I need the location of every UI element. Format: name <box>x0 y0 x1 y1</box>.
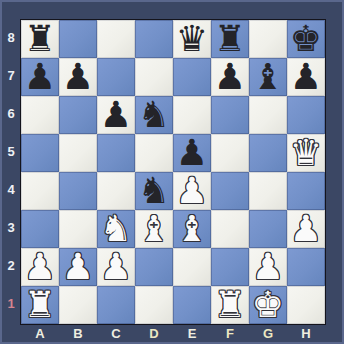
square-b7[interactable]: ♟ <box>59 58 97 96</box>
square-d3[interactable]: ♝ <box>135 210 173 248</box>
square-c8[interactable] <box>97 20 135 58</box>
square-a6[interactable] <box>21 96 59 134</box>
black-knight[interactable]: ♞ <box>138 172 170 210</box>
square-e1[interactable] <box>173 286 211 324</box>
file-label-g: G <box>249 325 287 342</box>
black-queen[interactable]: ♛ <box>176 20 208 58</box>
black-pawn[interactable]: ♟ <box>176 134 208 172</box>
square-b1[interactable] <box>59 286 97 324</box>
white-pawn[interactable]: ♟ <box>176 172 208 210</box>
square-c1[interactable] <box>97 286 135 324</box>
black-pawn[interactable]: ♟ <box>24 58 56 96</box>
square-g2[interactable]: ♟ <box>249 248 287 286</box>
rank-label-6: 6 <box>2 95 20 133</box>
white-knight[interactable]: ♞ <box>100 210 132 248</box>
square-d2[interactable] <box>135 248 173 286</box>
file-label-c: C <box>97 325 135 342</box>
square-d6[interactable]: ♞ <box>135 96 173 134</box>
file-label-e: E <box>173 325 211 342</box>
square-f4[interactable] <box>211 172 249 210</box>
square-f1[interactable]: ♜ <box>211 286 249 324</box>
square-d1[interactable] <box>135 286 173 324</box>
square-a1[interactable]: ♜ <box>21 286 59 324</box>
square-g8[interactable] <box>249 20 287 58</box>
black-rook[interactable]: ♜ <box>24 20 56 58</box>
file-label-h: H <box>287 325 325 342</box>
rank-label-7: 7 <box>2 57 20 95</box>
square-b4[interactable] <box>59 172 97 210</box>
white-pawn[interactable]: ♟ <box>290 210 322 248</box>
square-a4[interactable] <box>21 172 59 210</box>
square-b5[interactable] <box>59 134 97 172</box>
square-b8[interactable] <box>59 20 97 58</box>
square-e7[interactable] <box>173 58 211 96</box>
square-c2[interactable]: ♟ <box>97 248 135 286</box>
white-king[interactable]: ♚ <box>252 286 284 324</box>
square-a5[interactable] <box>21 134 59 172</box>
square-f5[interactable] <box>211 134 249 172</box>
square-g3[interactable] <box>249 210 287 248</box>
square-h4[interactable] <box>287 172 325 210</box>
chess-board: ♜♛♜♚♟♟♟♝♟♟♞♟♛♞♟♞♝♝♟♟♟♟♟♜♜♚ <box>20 19 326 325</box>
square-g4[interactable] <box>249 172 287 210</box>
square-f7[interactable]: ♟ <box>211 58 249 96</box>
file-label-a: A <box>21 325 59 342</box>
square-b2[interactable]: ♟ <box>59 248 97 286</box>
square-e8[interactable]: ♛ <box>173 20 211 58</box>
square-h8[interactable]: ♚ <box>287 20 325 58</box>
square-h7[interactable]: ♟ <box>287 58 325 96</box>
black-rook[interactable]: ♜ <box>214 20 246 58</box>
square-g6[interactable] <box>249 96 287 134</box>
black-knight[interactable]: ♞ <box>138 96 170 134</box>
white-bishop[interactable]: ♝ <box>138 210 170 248</box>
square-c4[interactable] <box>97 172 135 210</box>
file-label-d: D <box>135 325 173 342</box>
white-rook[interactable]: ♜ <box>24 286 56 324</box>
white-rook[interactable]: ♜ <box>214 286 246 324</box>
white-queen[interactable]: ♛ <box>290 134 322 172</box>
white-pawn[interactable]: ♟ <box>100 248 132 286</box>
square-e5[interactable]: ♟ <box>173 134 211 172</box>
white-pawn[interactable]: ♟ <box>252 248 284 286</box>
square-a3[interactable] <box>21 210 59 248</box>
square-h2[interactable] <box>287 248 325 286</box>
square-d8[interactable] <box>135 20 173 58</box>
square-c5[interactable] <box>97 134 135 172</box>
square-f8[interactable]: ♜ <box>211 20 249 58</box>
black-pawn[interactable]: ♟ <box>214 58 246 96</box>
square-h5[interactable]: ♛ <box>287 134 325 172</box>
square-a8[interactable]: ♜ <box>21 20 59 58</box>
white-pawn[interactable]: ♟ <box>62 248 94 286</box>
square-c6[interactable]: ♟ <box>97 96 135 134</box>
rank-label-4: 4 <box>2 171 20 209</box>
square-d5[interactable] <box>135 134 173 172</box>
file-label-b: B <box>59 325 97 342</box>
square-d7[interactable] <box>135 58 173 96</box>
square-a2[interactable]: ♟ <box>21 248 59 286</box>
square-h3[interactable]: ♟ <box>287 210 325 248</box>
square-f2[interactable] <box>211 248 249 286</box>
black-bishop[interactable]: ♝ <box>252 58 284 96</box>
rank-label-1: 1 <box>2 285 20 323</box>
square-e2[interactable] <box>173 248 211 286</box>
black-pawn[interactable]: ♟ <box>100 96 132 134</box>
rank-label-3: 3 <box>2 209 20 247</box>
white-pawn[interactable]: ♟ <box>24 248 56 286</box>
square-g1[interactable]: ♚ <box>249 286 287 324</box>
board-frame: ♜♛♜♚♟♟♟♝♟♟♞♟♛♞♟♞♝♝♟♟♟♟♟♜♜♚ 87654321ABCDE… <box>0 0 344 344</box>
square-f6[interactable] <box>211 96 249 134</box>
white-bishop[interactable]: ♝ <box>176 210 208 248</box>
square-e3[interactable]: ♝ <box>173 210 211 248</box>
square-g7[interactable]: ♝ <box>249 58 287 96</box>
square-c7[interactable] <box>97 58 135 96</box>
square-c3[interactable]: ♞ <box>97 210 135 248</box>
rank-label-2: 2 <box>2 247 20 285</box>
file-label-f: F <box>211 325 249 342</box>
square-a7[interactable]: ♟ <box>21 58 59 96</box>
square-h1[interactable] <box>287 286 325 324</box>
square-e6[interactable] <box>173 96 211 134</box>
black-king[interactable]: ♚ <box>290 20 322 58</box>
square-e4[interactable]: ♟ <box>173 172 211 210</box>
square-b3[interactable] <box>59 210 97 248</box>
black-pawn[interactable]: ♟ <box>290 58 322 96</box>
square-d4[interactable]: ♞ <box>135 172 173 210</box>
rank-label-5: 5 <box>2 133 20 171</box>
square-h6[interactable] <box>287 96 325 134</box>
rank-label-8: 8 <box>2 19 20 57</box>
square-b6[interactable] <box>59 96 97 134</box>
square-f3[interactable] <box>211 210 249 248</box>
black-pawn[interactable]: ♟ <box>62 58 94 96</box>
square-g5[interactable] <box>249 134 287 172</box>
